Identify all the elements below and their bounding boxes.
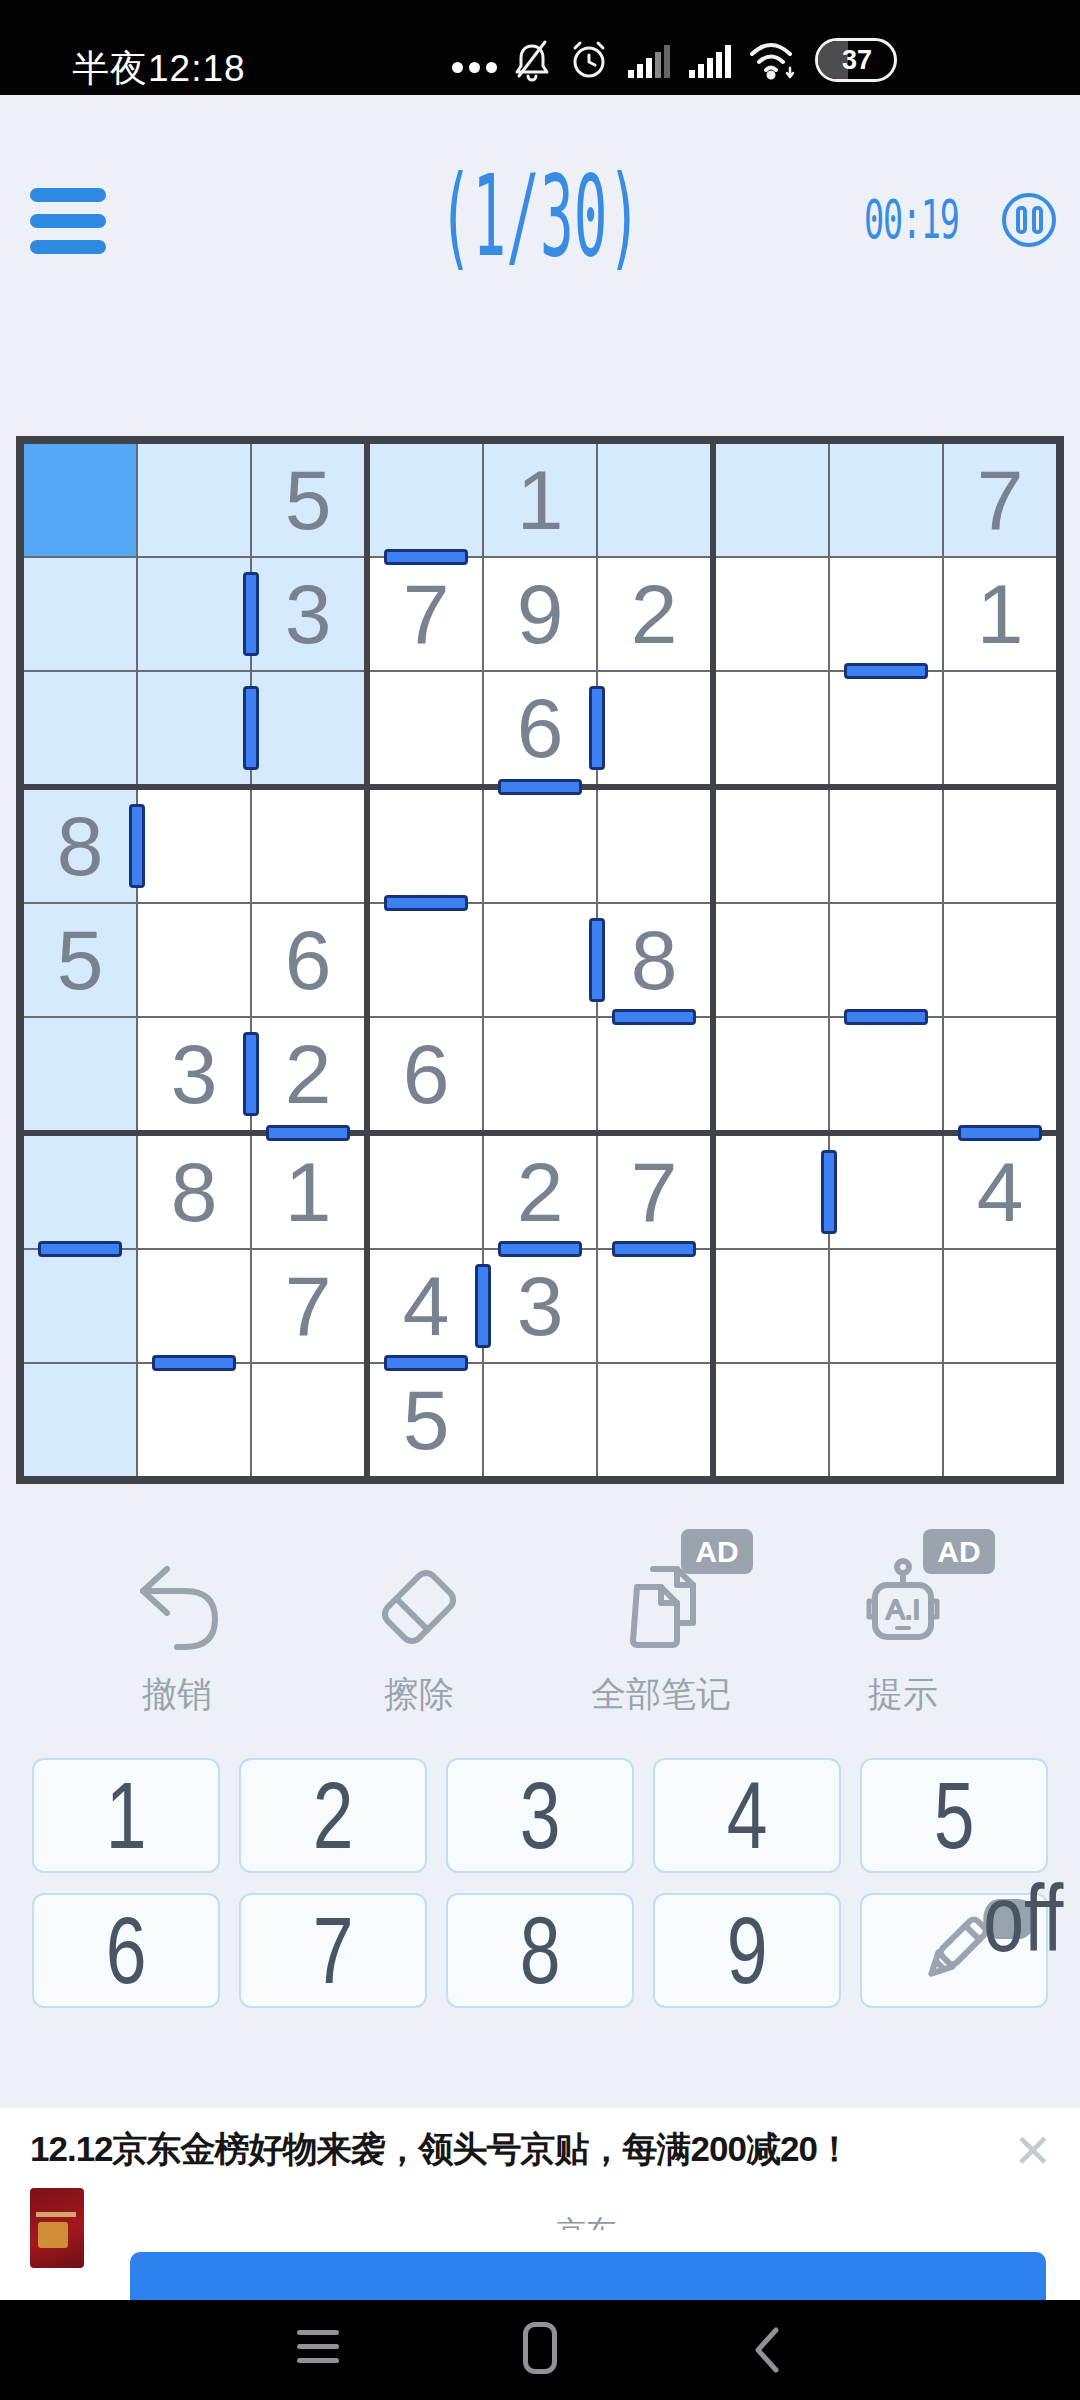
consecutive-bar-v-r4c4: [589, 918, 605, 1002]
consecutive-bar-v-r5c1: [243, 1032, 259, 1116]
numpad-key-5[interactable]: 5: [860, 1758, 1048, 1873]
hint-label: 提示: [803, 1671, 1003, 1718]
cell-r2c1[interactable]: [138, 672, 250, 784]
erase-label: 擦除: [319, 1671, 519, 1718]
screen: 半夜12:18: [0, 0, 1080, 2400]
erase-button[interactable]: 擦除: [319, 1545, 519, 1718]
consecutive-bar-v-r6c6: [821, 1150, 837, 1234]
cell-r7c4[interactable]: 3: [484, 1250, 596, 1362]
cell-r7c7[interactable]: [830, 1250, 942, 1362]
cell-r4c5[interactable]: 8: [598, 904, 710, 1016]
undo-label: 撤销: [77, 1671, 277, 1718]
pause-button[interactable]: [1002, 193, 1056, 247]
consecutive-bar-h-r2c4: [498, 779, 582, 795]
numpad-key-2[interactable]: 2: [239, 1758, 427, 1873]
home-icon[interactable]: [523, 2322, 557, 2374]
consecutive-bar-h-r3c3: [384, 895, 468, 911]
status-icons: 37: [452, 36, 897, 84]
cell-r8c7[interactable]: [830, 1364, 942, 1476]
cell-r0c6[interactable]: [716, 444, 828, 556]
consecutive-bar-h-r5c8: [958, 1125, 1042, 1141]
consecutive-bar-v-r1c1: [243, 572, 259, 656]
ad-cta-button[interactable]: [130, 2252, 1046, 2300]
cell-r2c6[interactable]: [716, 672, 828, 784]
pencil-off-badge: off: [983, 1899, 1034, 1939]
cell-r0c1[interactable]: [138, 444, 250, 556]
sudoku-board: 5173792168568326812747435: [16, 436, 1064, 1484]
pencil-mode-button[interactable]: off: [860, 1893, 1048, 2008]
cell-r0c0[interactable]: [24, 444, 136, 556]
cell-r1c2[interactable]: 3: [252, 558, 364, 670]
cell-r8c3[interactable]: 5: [370, 1364, 482, 1476]
wifi-icon: [748, 38, 800, 82]
consecutive-bar-h-r0c3: [384, 549, 468, 565]
consecutive-bar-v-r2c4: [589, 686, 605, 770]
cell-r1c3[interactable]: 7: [370, 558, 482, 670]
cell-r8c5[interactable]: [598, 1364, 710, 1476]
cell-r4c2[interactable]: 6: [252, 904, 364, 1016]
cell-r4c6[interactable]: [716, 904, 828, 1016]
cell-r6c4[interactable]: 2: [484, 1136, 596, 1248]
recents-menu-icon[interactable]: [297, 2330, 339, 2372]
ad-banner[interactable]: 12.12京东金榜好物来袭，领头号京贴，每满200减20！ ✕ 京东: [0, 2108, 1080, 2300]
status-time: 半夜12:18: [72, 44, 246, 94]
all-notes-label: 全部笔记: [561, 1671, 761, 1718]
undo-button[interactable]: 撤销: [77, 1545, 277, 1718]
cell-r0c4[interactable]: 1: [484, 444, 596, 556]
cell-r8c4[interactable]: [484, 1364, 596, 1476]
consecutive-bar-v-r7c3: [475, 1264, 491, 1348]
consecutive-bar-h-r6c5: [612, 1241, 696, 1257]
alarm-icon: [567, 38, 611, 82]
consecutive-bar-h-r5c2: [266, 1125, 350, 1141]
numpad-key-7[interactable]: 7: [239, 1893, 427, 2008]
cell-r5c5[interactable]: [598, 1018, 710, 1130]
cell-r3c8[interactable]: [944, 790, 1056, 902]
cell-r3c5[interactable]: [598, 790, 710, 902]
cell-r7c0[interactable]: [24, 1250, 136, 1362]
cell-r5c8[interactable]: [944, 1018, 1056, 1130]
cell-r4c1[interactable]: [138, 904, 250, 1016]
cell-r4c4[interactable]: [484, 904, 596, 1016]
cell-r0c8[interactable]: 7: [944, 444, 1056, 556]
box-divider: [710, 444, 716, 1476]
numpad-key-8[interactable]: 8: [446, 1893, 634, 2008]
cell-r1c5[interactable]: 2: [598, 558, 710, 670]
cell-r6c6[interactable]: [716, 1136, 828, 1248]
box-divider: [24, 1130, 1056, 1136]
cell-r5c1[interactable]: 3: [138, 1018, 250, 1130]
cell-r2c8[interactable]: [944, 672, 1056, 784]
cell-r8c8[interactable]: [944, 1364, 1056, 1476]
box-divider: [364, 444, 370, 1476]
consecutive-bar-h-r6c0: [38, 1241, 122, 1257]
cell-r8c0[interactable]: [24, 1364, 136, 1476]
hamburger-menu-icon[interactable]: [30, 188, 106, 266]
close-icon[interactable]: ✕: [1013, 2124, 1052, 2178]
cell-r2c3[interactable]: [370, 672, 482, 784]
ad-title: 12.12京东金榜好物来袭，领头号京贴，每满200减20！: [30, 2126, 851, 2173]
svg-text:A.I: A.I: [886, 1594, 920, 1625]
cell-r3c6[interactable]: [716, 790, 828, 902]
status-bar: 半夜12:18: [0, 0, 1080, 95]
cell-r4c7[interactable]: [830, 904, 942, 1016]
back-icon[interactable]: [752, 2326, 780, 2374]
cell-r5c6[interactable]: [716, 1018, 828, 1130]
cell-r3c4[interactable]: [484, 790, 596, 902]
level-progress-title: (1/30): [270, 160, 810, 272]
cell-r2c4[interactable]: 6: [484, 672, 596, 784]
cell-r8c1[interactable]: [138, 1364, 250, 1476]
bell-muted-icon: [512, 38, 552, 82]
cell-r1c0[interactable]: [24, 558, 136, 670]
consecutive-bar-h-r4c5: [612, 1009, 696, 1025]
signal-sim2-icon: [687, 40, 733, 80]
all-notes-button[interactable]: AD 全部笔记: [561, 1545, 761, 1718]
cell-r2c5[interactable]: [598, 672, 710, 784]
consecutive-bar-h-r4c7: [844, 1009, 928, 1025]
cell-r6c8[interactable]: 4: [944, 1136, 1056, 1248]
cell-r5c3[interactable]: 6: [370, 1018, 482, 1130]
consecutive-bar-v-r3c0: [129, 804, 145, 888]
cell-r4c3[interactable]: [370, 904, 482, 1016]
ad-badge: AD: [923, 1529, 995, 1574]
cell-r6c7[interactable]: [830, 1136, 942, 1248]
cell-r3c1[interactable]: [138, 790, 250, 902]
timer-value: 00:19: [864, 188, 959, 251]
cell-r1c6[interactable]: [716, 558, 828, 670]
cell-r5c0[interactable]: [24, 1018, 136, 1130]
consecutive-bar-v-r2c1: [243, 686, 259, 770]
cell-r5c2[interactable]: 2: [252, 1018, 364, 1130]
cell-r4c0[interactable]: 5: [24, 904, 136, 1016]
undo-icon: [127, 1555, 227, 1655]
more-dots-icon: [452, 62, 497, 73]
cell-r0c7[interactable]: [830, 444, 942, 556]
cell-r5c4[interactable]: [484, 1018, 596, 1130]
signal-sim1-icon: [626, 40, 672, 80]
ad-thumbnail: [30, 2188, 84, 2268]
cell-r1c1[interactable]: [138, 558, 250, 670]
cell-r5c7[interactable]: [830, 1018, 942, 1130]
numpad: 123456789 off: [32, 1758, 1048, 2008]
cell-r3c0[interactable]: 8: [24, 790, 136, 902]
cell-r7c6[interactable]: [716, 1250, 828, 1362]
cell-r6c5[interactable]: 7: [598, 1136, 710, 1248]
cell-r0c3[interactable]: [370, 444, 482, 556]
numpad-key-1[interactable]: 1: [32, 1758, 220, 1873]
cell-r6c0[interactable]: [24, 1136, 136, 1248]
cell-r7c5[interactable]: [598, 1250, 710, 1362]
cell-r8c6[interactable]: [716, 1364, 828, 1476]
battery-level: 37: [818, 41, 896, 79]
numpad-key-3[interactable]: 3: [446, 1758, 634, 1873]
timer-group: 00:19: [835, 188, 1056, 251]
cell-r7c3[interactable]: 4: [370, 1250, 482, 1362]
cell-r6c2[interactable]: 1: [252, 1136, 364, 1248]
cell-r7c1[interactable]: [138, 1250, 250, 1362]
cell-r2c0[interactable]: [24, 672, 136, 784]
cell-r4c8[interactable]: [944, 904, 1056, 1016]
cell-r0c2[interactable]: 5: [252, 444, 364, 556]
cell-r8c2[interactable]: [252, 1364, 364, 1476]
cell-r1c8[interactable]: 1: [944, 558, 1056, 670]
cell-r0c5[interactable]: [598, 444, 710, 556]
cell-r7c2[interactable]: 7: [252, 1250, 364, 1362]
cell-r1c7[interactable]: [830, 558, 942, 670]
cell-r3c7[interactable]: [830, 790, 942, 902]
cell-r2c7[interactable]: [830, 672, 942, 784]
consecutive-bar-h-r7c1: [152, 1355, 236, 1371]
hint-button[interactable]: A.I AD 提示: [803, 1545, 1003, 1718]
eraser-icon: [369, 1555, 469, 1655]
consecutive-bar-h-r6c4: [498, 1241, 582, 1257]
numpad-key-6[interactable]: 6: [32, 1893, 220, 2008]
consecutive-bar-h-r1c7: [844, 663, 928, 679]
numpad-key-9[interactable]: 9: [653, 1893, 841, 2008]
cell-r1c4[interactable]: 9: [484, 558, 596, 670]
cell-r3c2[interactable]: [252, 790, 364, 902]
system-nav-bar: [0, 2300, 1080, 2400]
consecutive-bar-h-r7c3: [384, 1355, 468, 1371]
numpad-key-4[interactable]: 4: [653, 1758, 841, 1873]
battery-icon: 37: [815, 38, 897, 82]
cell-r6c1[interactable]: 8: [138, 1136, 250, 1248]
cell-r6c3[interactable]: [370, 1136, 482, 1248]
ad-badge: AD: [681, 1529, 753, 1574]
cell-r7c8[interactable]: [944, 1250, 1056, 1362]
cell-r2c2[interactable]: [252, 672, 364, 784]
cell-r3c3[interactable]: [370, 790, 482, 902]
ad-advertiser: 京东: [556, 2212, 616, 2230]
